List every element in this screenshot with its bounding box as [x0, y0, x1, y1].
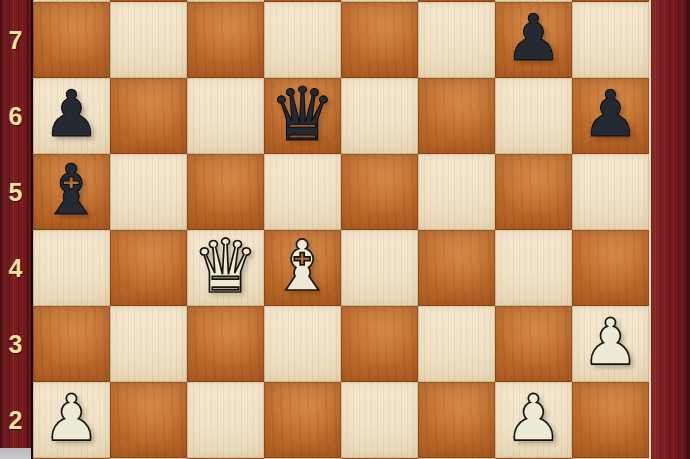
screen-corner-fragment [0, 448, 31, 459]
square-d3[interactable] [264, 306, 341, 382]
board-frame-right [649, 0, 690, 459]
square-c3[interactable] [187, 306, 264, 382]
square-a2[interactable]: ♟ [33, 382, 110, 458]
square-a7[interactable] [33, 2, 110, 78]
square-h2[interactable] [572, 382, 649, 458]
square-h6[interactable]: ♟ [572, 78, 649, 154]
square-e6[interactable] [341, 78, 418, 154]
chess-board: ♟♟♛♟♝♛♝♟♟♟ [33, 0, 649, 459]
board-frame-left: 765432 [0, 0, 33, 459]
square-b5[interactable] [110, 154, 187, 230]
square-h4[interactable] [572, 230, 649, 306]
square-b7[interactable] [110, 2, 187, 78]
rank-label-7: 7 [0, 26, 31, 55]
white-pawn-a2[interactable]: ♟ [43, 386, 100, 450]
square-f5[interactable] [418, 154, 495, 230]
square-c5[interactable] [187, 154, 264, 230]
square-e2[interactable] [341, 382, 418, 458]
chess-diagram: ♟♟♛♟♝♛♝♟♟♟ 765432 [0, 0, 690, 459]
black-queen-d6[interactable]: ♛ [269, 77, 335, 151]
square-e7[interactable] [341, 2, 418, 78]
black-pawn-g7[interactable]: ♟ [505, 6, 562, 70]
black-pawn-a6[interactable]: ♟ [43, 82, 100, 146]
rank-label-2: 2 [0, 406, 31, 435]
black-bishop-a5[interactable]: ♝ [40, 155, 103, 225]
square-f4[interactable] [418, 230, 495, 306]
square-f7[interactable] [418, 2, 495, 78]
square-d2[interactable] [264, 382, 341, 458]
square-g2[interactable]: ♟ [495, 382, 572, 458]
square-e4[interactable] [341, 230, 418, 306]
square-d4[interactable]: ♝ [264, 230, 341, 306]
square-h3[interactable]: ♟ [572, 306, 649, 382]
rank-label-6: 6 [0, 102, 31, 131]
square-f2[interactable] [418, 382, 495, 458]
square-c2[interactable] [187, 382, 264, 458]
square-d6[interactable]: ♛ [264, 78, 341, 154]
square-c4[interactable]: ♛ [187, 230, 264, 306]
white-pawn-g2[interactable]: ♟ [505, 386, 562, 450]
square-b4[interactable] [110, 230, 187, 306]
square-g3[interactable] [495, 306, 572, 382]
square-g5[interactable] [495, 154, 572, 230]
rank-label-3: 3 [0, 330, 31, 359]
square-h7[interactable] [572, 2, 649, 78]
square-h5[interactable] [572, 154, 649, 230]
square-f3[interactable] [418, 306, 495, 382]
square-a3[interactable] [33, 306, 110, 382]
square-c6[interactable] [187, 78, 264, 154]
black-pawn-h6[interactable]: ♟ [582, 82, 639, 146]
square-g4[interactable] [495, 230, 572, 306]
white-pawn-h3[interactable]: ♟ [582, 310, 639, 374]
square-g6[interactable] [495, 78, 572, 154]
square-b6[interactable] [110, 78, 187, 154]
square-c7[interactable] [187, 2, 264, 78]
square-e3[interactable] [341, 306, 418, 382]
square-b3[interactable] [110, 306, 187, 382]
white-queen-c4[interactable]: ♛ [192, 229, 258, 303]
square-a4[interactable] [33, 230, 110, 306]
square-d7[interactable] [264, 2, 341, 78]
rank-label-4: 4 [0, 254, 31, 283]
square-g7[interactable]: ♟ [495, 2, 572, 78]
square-f6[interactable] [418, 78, 495, 154]
square-a6[interactable]: ♟ [33, 78, 110, 154]
square-e5[interactable] [341, 154, 418, 230]
square-a5[interactable]: ♝ [33, 154, 110, 230]
white-bishop-d4[interactable]: ♝ [271, 231, 334, 301]
square-b2[interactable] [110, 382, 187, 458]
square-d5[interactable] [264, 154, 341, 230]
rank-label-5: 5 [0, 178, 31, 207]
